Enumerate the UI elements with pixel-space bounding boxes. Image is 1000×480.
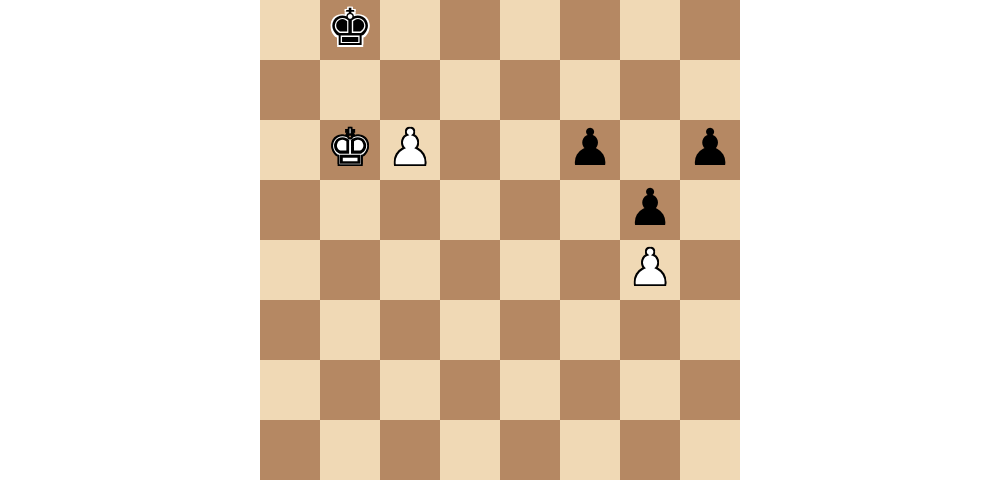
square-b3[interactable] [320, 300, 380, 360]
square-c2[interactable] [380, 360, 440, 420]
square-e3[interactable] [500, 300, 560, 360]
square-d5[interactable] [440, 180, 500, 240]
square-d3[interactable] [440, 300, 500, 360]
square-d2[interactable] [440, 360, 500, 420]
square-g3[interactable] [620, 300, 680, 360]
square-g7[interactable] [620, 60, 680, 120]
square-f7[interactable] [560, 60, 620, 120]
square-e1[interactable] [500, 420, 560, 480]
square-a3[interactable] [260, 300, 320, 360]
square-a8[interactable] [260, 0, 320, 60]
black-pawn[interactable]: ♟ [627, 178, 673, 238]
square-d7[interactable] [440, 60, 500, 120]
black-king[interactable]: ♚ [327, 0, 373, 58]
white-pawn[interactable]: ♟ [387, 118, 433, 178]
square-d6[interactable] [440, 120, 500, 180]
square-c1[interactable] [380, 420, 440, 480]
square-b4[interactable] [320, 240, 380, 300]
square-f3[interactable] [560, 300, 620, 360]
square-c4[interactable] [380, 240, 440, 300]
square-c5[interactable] [380, 180, 440, 240]
square-a5[interactable] [260, 180, 320, 240]
square-g2[interactable] [620, 360, 680, 420]
white-pawn[interactable]: ♟ [627, 238, 673, 298]
square-a1[interactable] [260, 420, 320, 480]
square-f1[interactable] [560, 420, 620, 480]
square-e6[interactable] [500, 120, 560, 180]
square-c8[interactable] [380, 0, 440, 60]
square-g8[interactable] [620, 0, 680, 60]
square-f8[interactable] [560, 0, 620, 60]
square-c3[interactable] [380, 300, 440, 360]
square-e8[interactable] [500, 0, 560, 60]
square-c7[interactable] [380, 60, 440, 120]
square-f4[interactable] [560, 240, 620, 300]
square-f5[interactable] [560, 180, 620, 240]
square-d8[interactable] [440, 0, 500, 60]
black-pawn[interactable]: ♟ [567, 118, 613, 178]
white-king[interactable]: ♚ [327, 118, 373, 178]
square-e5[interactable] [500, 180, 560, 240]
page: ♚♚♟♟♟♟♟ [0, 0, 1000, 480]
square-h8[interactable] [680, 0, 740, 60]
square-g6[interactable] [620, 120, 680, 180]
square-e7[interactable] [500, 60, 560, 120]
square-b7[interactable] [320, 60, 380, 120]
square-b1[interactable] [320, 420, 380, 480]
square-f2[interactable] [560, 360, 620, 420]
square-b6[interactable]: ♚ [320, 120, 380, 180]
square-e2[interactable] [500, 360, 560, 420]
chess-board: ♚♚♟♟♟♟♟ [260, 0, 740, 480]
square-c6[interactable]: ♟ [380, 120, 440, 180]
square-a7[interactable] [260, 60, 320, 120]
square-h1[interactable] [680, 420, 740, 480]
square-d1[interactable] [440, 420, 500, 480]
square-h7[interactable] [680, 60, 740, 120]
square-b2[interactable] [320, 360, 380, 420]
square-h2[interactable] [680, 360, 740, 420]
black-pawn[interactable]: ♟ [687, 118, 733, 178]
square-b8[interactable]: ♚ [320, 0, 380, 60]
square-g1[interactable] [620, 420, 680, 480]
square-d4[interactable] [440, 240, 500, 300]
square-a4[interactable] [260, 240, 320, 300]
square-g5[interactable]: ♟ [620, 180, 680, 240]
square-g4[interactable]: ♟ [620, 240, 680, 300]
square-b5[interactable] [320, 180, 380, 240]
square-a6[interactable] [260, 120, 320, 180]
square-h4[interactable] [680, 240, 740, 300]
square-e4[interactable] [500, 240, 560, 300]
square-h5[interactable] [680, 180, 740, 240]
square-a2[interactable] [260, 360, 320, 420]
square-f6[interactable]: ♟ [560, 120, 620, 180]
square-h3[interactable] [680, 300, 740, 360]
square-h6[interactable]: ♟ [680, 120, 740, 180]
